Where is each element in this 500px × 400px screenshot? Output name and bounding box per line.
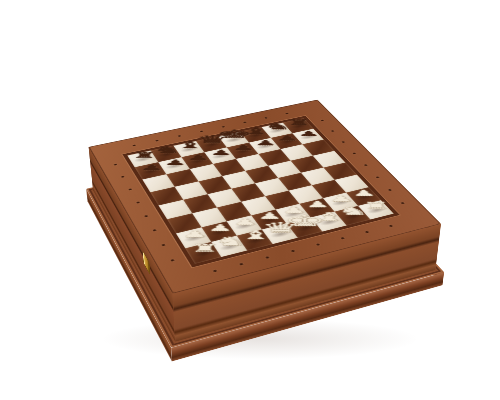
- peg-hole: [389, 225, 393, 227]
- peg-hole: [352, 152, 356, 154]
- peg-hole: [365, 231, 369, 233]
- peg-hole: [376, 176, 380, 178]
- product-photo-scene: ♜♞♝♛♚♝♞♜♟♟♟♟♟♟♟♟♟♟♟♟♟♟♟♟♜♞♝♛♚♝♞♜: [0, 0, 500, 400]
- peg-hole: [200, 130, 204, 132]
- peg-hole: [155, 140, 159, 142]
- peg-hole: [114, 164, 118, 166]
- peg-hole: [320, 120, 324, 122]
- peg-hole: [136, 201, 140, 203]
- peg-hole: [316, 243, 320, 246]
- peg-hole: [341, 141, 345, 143]
- peg-hole: [265, 256, 269, 259]
- peg-hole: [161, 244, 165, 247]
- peg-hole: [285, 113, 289, 115]
- peg-hole: [121, 176, 125, 178]
- peg-hole: [144, 215, 148, 217]
- peg-hole: [128, 188, 132, 190]
- peg-hole: [340, 237, 344, 240]
- peg-hole: [264, 117, 268, 119]
- peg-hole: [153, 229, 157, 231]
- peg-hole: [132, 144, 136, 146]
- peg-hole: [239, 263, 243, 266]
- peg-hole: [400, 202, 404, 204]
- peg-hole: [170, 259, 174, 262]
- brass-latch: [143, 252, 150, 274]
- peg-hole: [364, 164, 368, 166]
- piece-black-pawn-a7[interactable]: ♟: [129, 164, 174, 172]
- peg-hole: [178, 135, 182, 137]
- peg-hole: [243, 121, 247, 123]
- peg-hole: [388, 189, 392, 191]
- peg-hole: [291, 250, 295, 253]
- peg-hole: [331, 130, 335, 132]
- peg-hole: [213, 270, 217, 273]
